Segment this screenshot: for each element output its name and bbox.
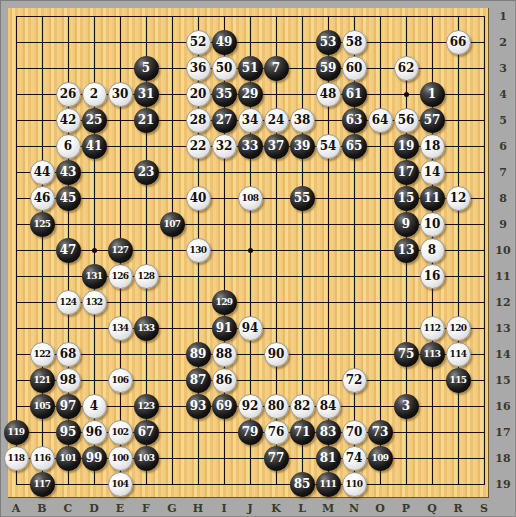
black-stone-111: 111 <box>316 472 341 497</box>
row-label-17: 17 <box>491 426 515 439</box>
move-number: 132 <box>86 297 103 306</box>
black-stone-23: 23 <box>134 160 159 185</box>
black-stone-43: 43 <box>56 160 81 185</box>
white-stone-106: 106 <box>108 368 133 393</box>
move-number: 9 <box>402 218 410 230</box>
move-number: 20 <box>190 88 207 100</box>
black-stone-35: 35 <box>212 82 237 107</box>
move-number: 24 <box>268 114 285 126</box>
move-number: 118 <box>8 453 25 462</box>
move-number: 2 <box>90 88 98 100</box>
white-stone-132: 132 <box>82 290 107 315</box>
black-stone-75: 75 <box>394 342 419 367</box>
white-stone-18: 18 <box>420 134 445 159</box>
row-label-1: 1 <box>491 10 515 23</box>
move-number: 106 <box>112 375 129 384</box>
black-stone-31: 31 <box>134 82 159 107</box>
move-number: 129 <box>216 297 233 306</box>
move-number: 82 <box>294 400 311 412</box>
move-number: 3 <box>402 400 410 412</box>
white-stone-116: 116 <box>30 446 55 471</box>
move-number: 59 <box>320 62 337 74</box>
white-stone-122: 122 <box>30 342 55 367</box>
move-number: 52 <box>190 36 207 48</box>
move-number: 91 <box>216 322 233 334</box>
black-stone-55: 55 <box>290 186 315 211</box>
move-number: 38 <box>294 114 311 126</box>
white-stone-118: 118 <box>4 446 29 471</box>
move-number: 51 <box>242 62 259 74</box>
white-stone-98: 98 <box>56 368 81 393</box>
move-number: 12 <box>450 192 467 204</box>
black-stone-121: 121 <box>30 368 55 393</box>
col-label-n: N <box>344 502 364 515</box>
move-number: 88 <box>216 348 233 360</box>
move-number: 87 <box>190 374 207 386</box>
star-point-d10 <box>92 248 97 253</box>
col-label-k: K <box>266 502 286 515</box>
black-stone-47: 47 <box>56 238 81 263</box>
move-number: 18 <box>424 140 441 152</box>
white-stone-114: 114 <box>446 342 471 367</box>
move-number: 89 <box>190 348 207 360</box>
move-number: 72 <box>346 374 363 386</box>
col-label-c: C <box>58 502 78 515</box>
move-number: 45 <box>60 192 77 204</box>
move-number: 60 <box>346 62 363 74</box>
move-number: 27 <box>216 114 233 126</box>
black-stone-85: 85 <box>290 472 315 497</box>
move-number: 80 <box>268 400 285 412</box>
move-number: 48 <box>320 88 337 100</box>
black-stone-131: 131 <box>82 264 107 289</box>
black-stone-127: 127 <box>108 238 133 263</box>
move-number: 7 <box>272 62 280 74</box>
white-stone-108: 108 <box>238 186 263 211</box>
white-stone-88: 88 <box>212 342 237 367</box>
black-stone-93: 93 <box>186 394 211 419</box>
move-number: 123 <box>138 401 155 410</box>
black-stone-57: 57 <box>420 108 445 133</box>
black-stone-97: 97 <box>56 394 81 419</box>
row-label-10: 10 <box>491 244 515 257</box>
white-stone-120: 120 <box>446 316 471 341</box>
white-stone-24: 24 <box>264 108 289 133</box>
move-number: 22 <box>190 140 207 152</box>
white-stone-4: 4 <box>82 394 107 419</box>
move-number: 40 <box>190 192 207 204</box>
col-label-e: E <box>110 502 130 515</box>
move-number: 43 <box>60 166 77 178</box>
row-label-4: 4 <box>491 88 515 101</box>
move-number: 77 <box>268 452 285 464</box>
white-stone-16: 16 <box>420 264 445 289</box>
white-stone-96: 96 <box>82 420 107 445</box>
black-stone-13: 13 <box>394 238 419 263</box>
white-stone-110: 110 <box>342 472 367 497</box>
move-number: 94 <box>242 322 259 334</box>
move-number: 98 <box>60 374 77 386</box>
white-stone-10: 10 <box>420 212 445 237</box>
black-stone-81: 81 <box>316 446 341 471</box>
col-label-p: P <box>396 502 416 515</box>
move-number: 64 <box>372 114 389 126</box>
move-number: 124 <box>60 297 77 306</box>
move-number: 25 <box>86 114 103 126</box>
move-number: 116 <box>34 453 51 462</box>
move-number: 83 <box>320 426 337 438</box>
move-number: 130 <box>190 245 207 254</box>
move-number: 62 <box>398 62 415 74</box>
black-stone-37: 37 <box>264 134 289 159</box>
white-stone-46: 46 <box>30 186 55 211</box>
white-stone-90: 90 <box>264 342 289 367</box>
move-number: 36 <box>190 62 207 74</box>
move-number: 128 <box>138 271 155 280</box>
move-number: 97 <box>60 400 77 412</box>
move-number: 15 <box>398 192 415 204</box>
move-number: 8 <box>428 244 436 256</box>
white-stone-128: 128 <box>134 264 159 289</box>
move-number: 102 <box>112 427 129 436</box>
white-stone-60: 60 <box>342 56 367 81</box>
white-stone-72: 72 <box>342 368 367 393</box>
col-label-s: S <box>474 502 494 515</box>
black-stone-77: 77 <box>264 446 289 471</box>
go-board: 1234567891011121314151617181920212223242… <box>8 8 489 498</box>
move-number: 95 <box>60 426 77 438</box>
black-stone-7: 7 <box>264 56 289 81</box>
white-stone-50: 50 <box>212 56 237 81</box>
black-stone-51: 51 <box>238 56 263 81</box>
col-label-r: R <box>448 502 468 515</box>
col-label-l: L <box>292 502 312 515</box>
move-number: 17 <box>398 166 415 178</box>
white-stone-124: 124 <box>56 290 81 315</box>
white-stone-82: 82 <box>290 394 315 419</box>
row-label-11: 11 <box>491 270 515 283</box>
white-stone-20: 20 <box>186 82 211 107</box>
white-stone-94: 94 <box>238 316 263 341</box>
black-stone-39: 39 <box>290 134 315 159</box>
move-number: 73 <box>372 426 389 438</box>
move-number: 120 <box>450 323 467 332</box>
white-stone-52: 52 <box>186 30 211 55</box>
black-stone-123: 123 <box>134 394 159 419</box>
black-stone-65: 65 <box>342 134 367 159</box>
move-number: 70 <box>346 426 363 438</box>
move-number: 56 <box>398 114 415 126</box>
black-stone-133: 133 <box>134 316 159 341</box>
move-number: 28 <box>190 114 207 126</box>
move-number: 107 <box>164 219 181 228</box>
move-number: 21 <box>138 114 155 126</box>
move-number: 131 <box>86 271 103 280</box>
white-stone-74: 74 <box>342 446 367 471</box>
row-label-16: 16 <box>491 400 515 413</box>
move-number: 111 <box>320 479 337 488</box>
white-stone-86: 86 <box>212 368 237 393</box>
move-number: 10 <box>424 218 441 230</box>
black-stone-19: 19 <box>394 134 419 159</box>
move-number: 133 <box>138 323 155 332</box>
black-stone-95: 95 <box>56 420 81 445</box>
move-number: 65 <box>346 140 363 152</box>
white-stone-12: 12 <box>446 186 471 211</box>
move-number: 127 <box>112 245 129 254</box>
row-label-15: 15 <box>491 374 515 387</box>
black-stone-73: 73 <box>368 420 393 445</box>
white-stone-134: 134 <box>108 316 133 341</box>
move-number: 105 <box>34 401 51 410</box>
row-label-9: 9 <box>491 218 515 231</box>
move-number: 101 <box>60 453 77 462</box>
move-number: 103 <box>138 453 155 462</box>
black-stone-63: 63 <box>342 108 367 133</box>
row-label-5: 5 <box>491 114 515 127</box>
move-number: 99 <box>86 452 103 464</box>
row-label-13: 13 <box>491 322 515 335</box>
move-number: 112 <box>424 323 441 332</box>
white-stone-48: 48 <box>316 82 341 107</box>
white-stone-80: 80 <box>264 394 289 419</box>
move-number: 125 <box>34 219 51 228</box>
white-stone-84: 84 <box>316 394 341 419</box>
move-number: 92 <box>242 400 259 412</box>
move-number: 19 <box>398 140 415 152</box>
star-point-j10 <box>248 248 253 253</box>
white-stone-44: 44 <box>30 160 55 185</box>
row-label-12: 12 <box>491 296 515 309</box>
move-number: 5 <box>142 62 150 74</box>
move-number: 35 <box>216 88 233 100</box>
white-stone-34: 34 <box>238 108 263 133</box>
move-number: 46 <box>34 192 51 204</box>
white-stone-14: 14 <box>420 160 445 185</box>
col-label-h: H <box>188 502 208 515</box>
black-stone-87: 87 <box>186 368 211 393</box>
move-number: 76 <box>268 426 285 438</box>
move-number: 47 <box>60 244 77 256</box>
move-number: 39 <box>294 140 311 152</box>
black-stone-5: 5 <box>134 56 159 81</box>
white-stone-30: 30 <box>108 82 133 107</box>
move-number: 4 <box>90 400 98 412</box>
black-stone-53: 53 <box>316 30 341 55</box>
black-stone-129: 129 <box>212 290 237 315</box>
move-number: 90 <box>268 348 285 360</box>
row-label-6: 6 <box>491 140 515 153</box>
col-label-q: Q <box>422 502 442 515</box>
white-stone-66: 66 <box>446 30 471 55</box>
black-stone-33: 33 <box>238 134 263 159</box>
move-number: 31 <box>138 88 155 100</box>
move-number: 119 <box>8 427 25 436</box>
move-number: 33 <box>242 140 259 152</box>
white-stone-68: 68 <box>56 342 81 367</box>
move-number: 58 <box>346 36 363 48</box>
move-number: 86 <box>216 374 233 386</box>
move-number: 84 <box>320 400 337 412</box>
move-number: 81 <box>320 452 337 464</box>
white-stone-56: 56 <box>394 108 419 133</box>
move-number: 122 <box>34 349 51 358</box>
white-stone-36: 36 <box>186 56 211 81</box>
white-stone-92: 92 <box>238 394 263 419</box>
white-stone-100: 100 <box>108 446 133 471</box>
black-stone-49: 49 <box>212 30 237 55</box>
move-number: 114 <box>450 349 467 358</box>
white-stone-70: 70 <box>342 420 367 445</box>
black-stone-107: 107 <box>160 212 185 237</box>
row-label-3: 3 <box>491 62 515 75</box>
white-stone-54: 54 <box>316 134 341 159</box>
move-number: 23 <box>138 166 155 178</box>
move-number: 30 <box>112 88 129 100</box>
move-number: 104 <box>112 479 129 488</box>
black-stone-99: 99 <box>82 446 107 471</box>
move-number: 134 <box>112 323 129 332</box>
white-stone-76: 76 <box>264 420 289 445</box>
move-number: 66 <box>450 36 467 48</box>
black-stone-101: 101 <box>56 446 81 471</box>
white-stone-32: 32 <box>212 134 237 159</box>
black-stone-71: 71 <box>290 420 315 445</box>
black-stone-103: 103 <box>134 446 159 471</box>
move-number: 61 <box>346 88 363 100</box>
white-stone-38: 38 <box>290 108 315 133</box>
col-label-o: O <box>370 502 390 515</box>
move-number: 54 <box>320 140 337 152</box>
move-number: 14 <box>424 166 441 178</box>
black-stone-83: 83 <box>316 420 341 445</box>
col-label-g: G <box>162 502 182 515</box>
col-label-j: J <box>240 502 260 515</box>
move-number: 49 <box>216 36 233 48</box>
move-number: 63 <box>346 114 363 126</box>
move-number: 110 <box>346 479 363 488</box>
move-number: 93 <box>190 400 207 412</box>
black-stone-59: 59 <box>316 56 341 81</box>
black-stone-61: 61 <box>342 82 367 107</box>
white-stone-102: 102 <box>108 420 133 445</box>
white-stone-130: 130 <box>186 238 211 263</box>
col-label-d: D <box>84 502 104 515</box>
row-label-8: 8 <box>491 192 515 205</box>
black-stone-117: 117 <box>30 472 55 497</box>
black-stone-29: 29 <box>238 82 263 107</box>
black-stone-109: 109 <box>368 446 393 471</box>
white-stone-28: 28 <box>186 108 211 133</box>
move-number: 117 <box>34 479 51 488</box>
move-number: 121 <box>34 375 51 384</box>
black-stone-91: 91 <box>212 316 237 341</box>
white-stone-58: 58 <box>342 30 367 55</box>
black-stone-105: 105 <box>30 394 55 419</box>
move-number: 26 <box>60 88 77 100</box>
black-stone-27: 27 <box>212 108 237 133</box>
black-stone-1: 1 <box>420 82 445 107</box>
black-stone-119: 119 <box>4 420 29 445</box>
col-label-m: M <box>318 502 338 515</box>
black-stone-17: 17 <box>394 160 419 185</box>
col-label-a: A <box>6 502 26 515</box>
move-number: 6 <box>64 140 72 152</box>
move-number: 126 <box>112 271 129 280</box>
white-stone-40: 40 <box>186 186 211 211</box>
move-number: 11 <box>424 192 441 204</box>
black-stone-115: 115 <box>446 368 471 393</box>
move-number: 75 <box>398 348 415 360</box>
white-stone-42: 42 <box>56 108 81 133</box>
move-number: 42 <box>60 114 77 126</box>
white-stone-2: 2 <box>82 82 107 107</box>
black-stone-15: 15 <box>394 186 419 211</box>
black-stone-45: 45 <box>56 186 81 211</box>
col-label-b: B <box>32 502 52 515</box>
move-number: 115 <box>450 375 467 384</box>
row-label-18: 18 <box>491 452 515 465</box>
black-stone-41: 41 <box>82 134 107 159</box>
move-number: 57 <box>424 114 441 126</box>
move-number: 13 <box>398 244 415 256</box>
black-stone-21: 21 <box>134 108 159 133</box>
move-number: 44 <box>34 166 51 178</box>
black-stone-3: 3 <box>394 394 419 419</box>
col-label-f: F <box>136 502 156 515</box>
white-stone-62: 62 <box>394 56 419 81</box>
move-number: 37 <box>268 140 285 152</box>
move-number: 41 <box>86 140 103 152</box>
move-number: 50 <box>216 62 233 74</box>
white-stone-8: 8 <box>420 238 445 263</box>
black-stone-25: 25 <box>82 108 107 133</box>
white-stone-112: 112 <box>420 316 445 341</box>
move-number: 53 <box>320 36 337 48</box>
white-stone-104: 104 <box>108 472 133 497</box>
white-stone-64: 64 <box>368 108 393 133</box>
move-number: 16 <box>424 270 441 282</box>
white-stone-26: 26 <box>56 82 81 107</box>
col-label-i: I <box>214 502 234 515</box>
move-number: 55 <box>294 192 311 204</box>
move-number: 109 <box>372 453 389 462</box>
move-number: 96 <box>86 426 103 438</box>
go-kifu-diagram: 1234567891011121314151617181920212223242… <box>0 0 516 517</box>
move-number: 113 <box>424 349 441 358</box>
black-stone-69: 69 <box>212 394 237 419</box>
move-number: 74 <box>346 452 363 464</box>
move-number: 1 <box>428 88 436 100</box>
white-stone-6: 6 <box>56 134 81 159</box>
move-number: 32 <box>216 140 233 152</box>
white-stone-22: 22 <box>186 134 211 159</box>
move-number: 100 <box>112 453 129 462</box>
star-point-p4 <box>404 92 409 97</box>
row-label-2: 2 <box>491 36 515 49</box>
black-stone-113: 113 <box>420 342 445 367</box>
black-stone-89: 89 <box>186 342 211 367</box>
black-stone-9: 9 <box>394 212 419 237</box>
move-number: 85 <box>294 478 311 490</box>
white-stone-126: 126 <box>108 264 133 289</box>
black-stone-67: 67 <box>134 420 159 445</box>
black-stone-79: 79 <box>238 420 263 445</box>
move-number: 69 <box>216 400 233 412</box>
move-number: 34 <box>242 114 259 126</box>
row-label-14: 14 <box>491 348 515 361</box>
row-label-7: 7 <box>491 166 515 179</box>
